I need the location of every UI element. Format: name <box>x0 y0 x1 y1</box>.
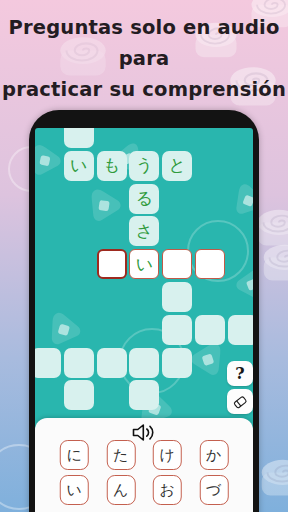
board-cell-r1c4[interactable]: と <box>162 151 192 181</box>
board-cell-r6c4[interactable] <box>162 315 192 345</box>
tray-tile-1-3[interactable]: づ <box>199 475 228 505</box>
board-cell-r7c0[interactable] <box>35 348 61 378</box>
board-cell-r7c1[interactable] <box>64 348 94 378</box>
phone-screen: いもうとるさい ? <box>35 128 253 512</box>
board-cell-r5c4[interactable] <box>162 282 192 312</box>
hint-button[interactable]: ? <box>227 361 253 386</box>
board-cell-r6c6[interactable] <box>228 315 253 345</box>
tray-tile-0-0[interactable]: に <box>60 440 89 470</box>
headline-line-1: Preguntas solo en audio para <box>0 12 288 74</box>
tray-tile-1-2[interactable]: お <box>153 475 182 505</box>
crossword-grid: いもうとるさい <box>35 128 253 410</box>
headline-line-2: practicar su comprensión <box>0 74 288 105</box>
tray-tile-0-2[interactable]: け <box>153 440 182 470</box>
board-cell-r3c3[interactable]: さ <box>129 216 159 246</box>
board-cell-r0c1[interactable] <box>64 128 94 148</box>
board-cell-r7c2[interactable] <box>97 348 127 378</box>
app-store-screenshot: Preguntas solo en audio para practicar s… <box>0 0 288 512</box>
board-cell-r1c3[interactable]: う <box>129 151 159 181</box>
board-cell-r6c5[interactable] <box>195 315 225 345</box>
tray-tile-0-1[interactable]: た <box>106 440 135 470</box>
letter-tray: にたけかいんおづ <box>60 440 229 505</box>
board-cell-r4c3[interactable]: い <box>129 249 159 279</box>
board-cell-r4c2[interactable] <box>97 249 127 279</box>
eraser-button[interactable] <box>227 389 253 414</box>
board-cell-r8c1[interactable] <box>64 380 94 410</box>
letter-tray-panel: にたけかいんおづ <box>35 418 253 512</box>
board-cell-r7c4[interactable] <box>162 348 192 378</box>
sushi-roll-icon <box>256 240 288 294</box>
board-cell-r2c3[interactable]: る <box>129 184 159 214</box>
eraser-icon <box>231 393 249 411</box>
phone-mockup: いもうとるさい ? <box>29 110 259 512</box>
board-cell-r4c4[interactable] <box>162 249 192 279</box>
tray-tile-0-3[interactable]: か <box>199 440 228 470</box>
board-cell-r1c1[interactable]: い <box>64 151 94 181</box>
question-mark-icon: ? <box>235 364 244 383</box>
tray-tile-1-1[interactable]: ん <box>106 475 135 505</box>
sushi-roll-icon <box>254 455 288 509</box>
board-cell-r8c3[interactable] <box>129 380 159 410</box>
board-cell-r1c2[interactable]: も <box>97 151 127 181</box>
crossword-board: いもうとるさい ? <box>35 128 253 418</box>
board-cell-r4c5[interactable] <box>195 249 225 279</box>
tray-tile-1-0[interactable]: い <box>60 475 89 505</box>
board-cell-r7c3[interactable] <box>129 348 159 378</box>
